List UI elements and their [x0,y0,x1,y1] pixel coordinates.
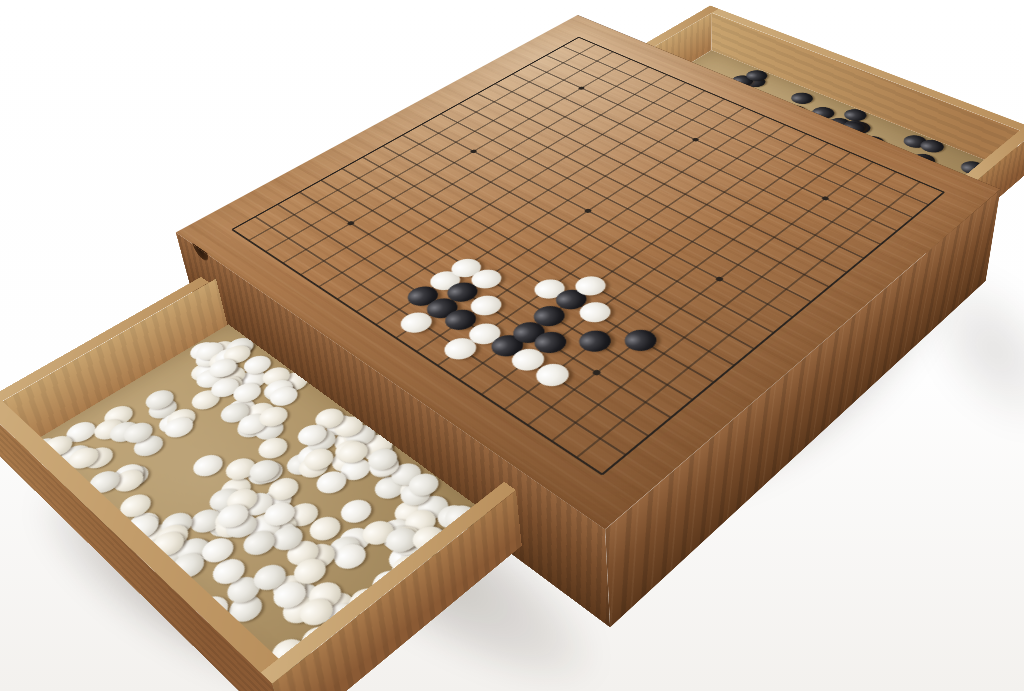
perspective-stage [0,0,1024,691]
white-tray-stone [188,451,229,481]
go-board-photo-scene [0,0,1024,691]
go-board-box [176,15,1001,529]
